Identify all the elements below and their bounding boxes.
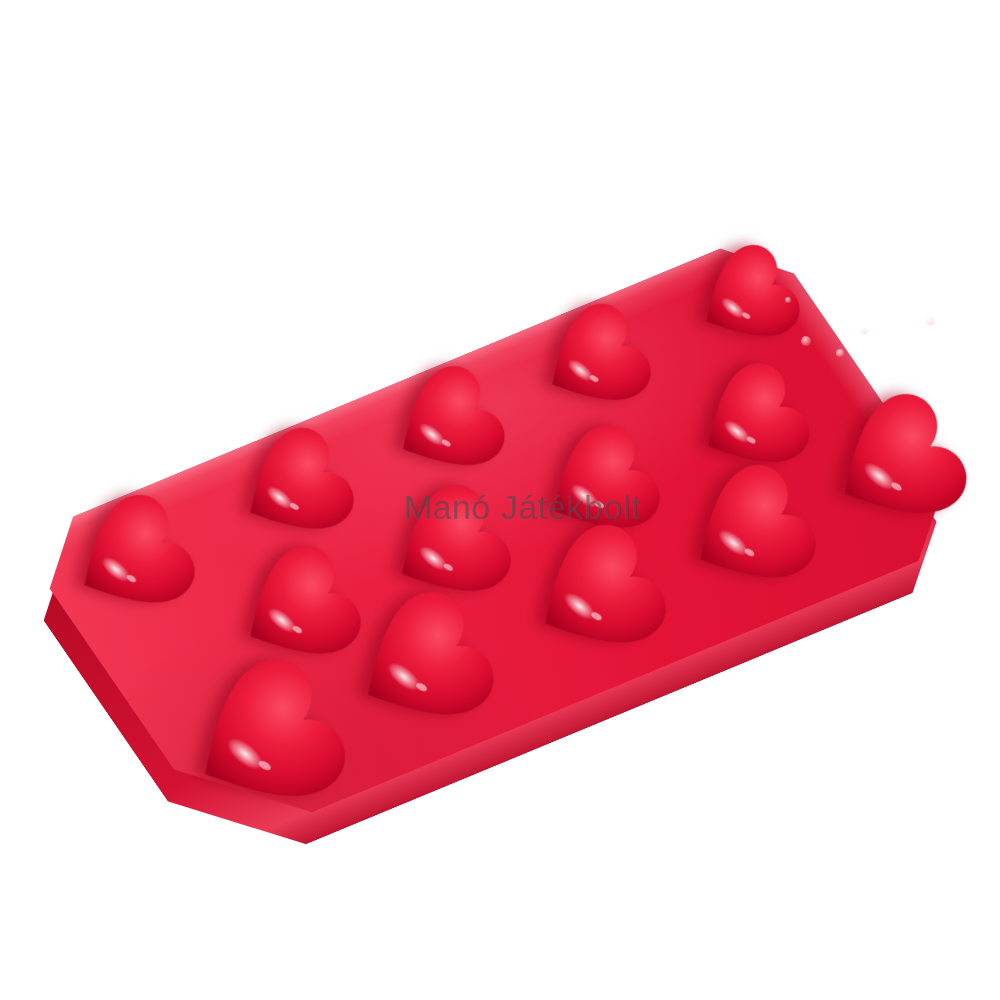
water-droplet bbox=[836, 349, 844, 357]
water-droplet bbox=[926, 317, 934, 325]
water-droplet bbox=[785, 297, 791, 303]
watermark-text: Manó Játékbolt bbox=[403, 488, 641, 527]
water-droplet bbox=[801, 336, 811, 346]
product-photo: Manó Játékbolt bbox=[0, 0, 1000, 1000]
water-droplet bbox=[861, 328, 867, 334]
